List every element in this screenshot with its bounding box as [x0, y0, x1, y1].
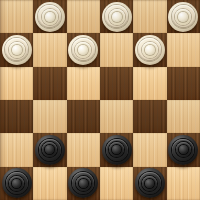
- white-checker-piece[interactable]: [35, 2, 65, 32]
- black-checker-piece[interactable]: [35, 135, 65, 165]
- white-checker-piece[interactable]: [135, 35, 165, 65]
- square-r0c1[interactable]: [33, 0, 66, 33]
- piece-inner-ring: [109, 9, 125, 25]
- piece-outer-ring: [72, 172, 94, 194]
- piece-center-dome: [45, 145, 54, 154]
- square-r0c5[interactable]: [167, 0, 200, 33]
- square-r5c3[interactable]: [100, 167, 133, 200]
- square-r0c3[interactable]: [100, 0, 133, 33]
- piece-outer-ring: [38, 5, 61, 28]
- square-r1c5[interactable]: [167, 33, 200, 66]
- piece-inner-ring: [9, 176, 24, 191]
- square-r2c0[interactable]: [0, 67, 33, 100]
- square-r2c5[interactable]: [167, 67, 200, 100]
- square-r5c0[interactable]: [0, 167, 33, 200]
- piece-center-dome: [145, 45, 155, 55]
- piece-center-dome: [45, 12, 55, 22]
- square-r5c4[interactable]: [133, 167, 166, 200]
- square-r2c2[interactable]: [67, 67, 100, 100]
- piece-center-dome: [179, 145, 188, 154]
- piece-inner-ring: [109, 142, 124, 157]
- piece-center-dome: [178, 12, 188, 22]
- square-r5c2[interactable]: [67, 167, 100, 200]
- piece-center-dome: [12, 45, 22, 55]
- square-r0c4[interactable]: [133, 0, 166, 33]
- piece-center-dome: [112, 12, 122, 22]
- square-r1c2[interactable]: [67, 33, 100, 66]
- piece-inner-ring: [142, 176, 157, 191]
- square-r2c1[interactable]: [33, 67, 66, 100]
- black-checker-piece[interactable]: [68, 168, 98, 198]
- piece-outer-ring: [6, 172, 28, 194]
- piece-outer-ring: [106, 139, 128, 161]
- white-checker-piece[interactable]: [168, 2, 198, 32]
- square-r3c1[interactable]: [33, 100, 66, 133]
- square-r1c1[interactable]: [33, 33, 66, 66]
- white-checker-piece[interactable]: [2, 35, 32, 65]
- square-r3c3[interactable]: [100, 100, 133, 133]
- square-r4c5[interactable]: [167, 133, 200, 166]
- piece-outer-ring: [105, 5, 128, 28]
- square-r4c4[interactable]: [133, 133, 166, 166]
- piece-center-dome: [145, 179, 154, 188]
- piece-outer-ring: [139, 172, 161, 194]
- square-r3c4[interactable]: [133, 100, 166, 133]
- piece-inner-ring: [76, 176, 91, 191]
- square-r4c3[interactable]: [100, 133, 133, 166]
- piece-outer-ring: [39, 139, 61, 161]
- piece-center-dome: [12, 179, 21, 188]
- square-r0c2[interactable]: [67, 0, 100, 33]
- piece-outer-ring: [5, 38, 28, 61]
- square-r0c0[interactable]: [0, 0, 33, 33]
- square-r1c3[interactable]: [100, 33, 133, 66]
- white-checker-piece[interactable]: [68, 35, 98, 65]
- piece-inner-ring: [176, 142, 191, 157]
- piece-inner-ring: [42, 142, 57, 157]
- square-r3c0[interactable]: [0, 100, 33, 133]
- black-checker-piece[interactable]: [168, 135, 198, 165]
- square-r5c5[interactable]: [167, 167, 200, 200]
- square-r2c4[interactable]: [133, 67, 166, 100]
- piece-inner-ring: [142, 42, 158, 58]
- square-r4c2[interactable]: [67, 133, 100, 166]
- black-checker-piece[interactable]: [2, 168, 32, 198]
- square-r2c3[interactable]: [100, 67, 133, 100]
- square-r1c4[interactable]: [133, 33, 166, 66]
- square-r5c1[interactable]: [33, 167, 66, 200]
- square-r3c2[interactable]: [67, 100, 100, 133]
- piece-center-dome: [79, 179, 88, 188]
- square-r1c0[interactable]: [0, 33, 33, 66]
- piece-center-dome: [112, 145, 121, 154]
- piece-inner-ring: [9, 42, 25, 58]
- piece-center-dome: [78, 45, 88, 55]
- piece-inner-ring: [75, 42, 91, 58]
- piece-outer-ring: [172, 139, 194, 161]
- piece-inner-ring: [175, 9, 191, 25]
- square-r4c0[interactable]: [0, 133, 33, 166]
- piece-outer-ring: [172, 5, 195, 28]
- checkers-board: [0, 0, 200, 200]
- black-checker-piece[interactable]: [135, 168, 165, 198]
- square-r3c5[interactable]: [167, 100, 200, 133]
- piece-inner-ring: [42, 9, 58, 25]
- square-r4c1[interactable]: [33, 133, 66, 166]
- screenshot-stage: [0, 0, 200, 200]
- white-checker-piece[interactable]: [102, 2, 132, 32]
- black-checker-piece[interactable]: [102, 135, 132, 165]
- piece-outer-ring: [72, 38, 95, 61]
- piece-outer-ring: [138, 38, 161, 61]
